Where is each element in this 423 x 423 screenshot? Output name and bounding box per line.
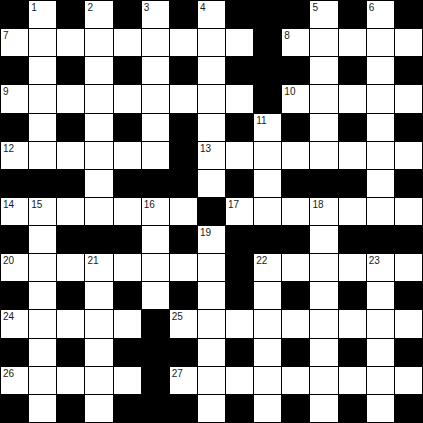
white-cell-r8c1[interactable] <box>29 226 56 253</box>
black-cell-r11c5 <box>142 310 169 337</box>
clue-number-17: 17 <box>228 199 239 210</box>
black-cell-r6c14 <box>395 170 422 197</box>
black-cell-r6c5 <box>142 170 169 197</box>
white-cell-r13c11[interactable] <box>310 367 337 394</box>
white-cell-r3c8[interactable] <box>226 85 253 112</box>
white-cell-r9c5[interactable] <box>142 254 169 281</box>
white-cell-r4c9[interactable]: 11 <box>254 114 281 141</box>
clue-number-21: 21 <box>87 255 98 266</box>
black-cell-r14c8 <box>226 395 253 422</box>
white-cell-r3c10[interactable]: 10 <box>282 85 309 112</box>
white-cell-r12c11[interactable] <box>310 339 337 366</box>
white-cell-r3c4[interactable] <box>114 85 141 112</box>
white-cell-r9c12[interactable] <box>339 254 366 281</box>
white-cell-r9c9[interactable]: 22 <box>254 254 281 281</box>
black-cell-r8c12 <box>339 226 366 253</box>
white-cell-r11c6[interactable]: 25 <box>170 310 197 337</box>
white-cell-r1c13[interactable] <box>367 29 394 56</box>
black-cell-r0c10 <box>282 1 309 28</box>
black-cell-r0c12 <box>339 1 366 28</box>
white-cell-r3c5[interactable] <box>142 85 169 112</box>
black-cell-r9c8 <box>226 254 253 281</box>
white-cell-r11c10[interactable] <box>282 310 309 337</box>
white-cell-r10c11[interactable] <box>310 282 337 309</box>
white-cell-r3c0[interactable]: 9 <box>1 85 28 112</box>
clue-number-20: 20 <box>3 255 14 266</box>
black-cell-r8c10 <box>282 226 309 253</box>
white-cell-r13c8[interactable] <box>226 367 253 394</box>
white-cell-r7c12[interactable] <box>339 198 366 225</box>
white-cell-r2c3[interactable] <box>85 57 112 84</box>
black-cell-r0c8 <box>226 1 253 28</box>
black-cell-r1c9 <box>254 29 281 56</box>
white-cell-r3c11[interactable] <box>310 85 337 112</box>
black-cell-r2c4 <box>114 57 141 84</box>
white-cell-r5c10[interactable] <box>282 142 309 169</box>
black-cell-r12c4 <box>114 339 141 366</box>
white-cell-r13c4[interactable] <box>114 367 141 394</box>
black-cell-r6c1 <box>29 170 56 197</box>
white-cell-r12c9[interactable] <box>254 339 281 366</box>
white-cell-r7c5[interactable]: 16 <box>142 198 169 225</box>
crossword-grid: 1234567891011121314151617181920212223242… <box>0 0 423 423</box>
black-cell-r7c7 <box>198 198 225 225</box>
white-cell-r13c14[interactable] <box>395 367 422 394</box>
white-cell-r13c13[interactable] <box>367 367 394 394</box>
black-cell-r5c6 <box>170 142 197 169</box>
black-cell-r4c6 <box>170 114 197 141</box>
white-cell-r1c12[interactable] <box>339 29 366 56</box>
white-cell-r3c7[interactable] <box>198 85 225 112</box>
black-cell-r14c4 <box>114 395 141 422</box>
crossword-page: 1234567891011121314151617181920212223242… <box>0 0 423 423</box>
black-cell-r8c0 <box>1 226 28 253</box>
white-cell-r3c12[interactable] <box>339 85 366 112</box>
black-cell-r2c9 <box>254 57 281 84</box>
black-cell-r6c2 <box>57 170 84 197</box>
black-cell-r10c4 <box>114 282 141 309</box>
black-cell-r4c4 <box>114 114 141 141</box>
white-cell-r14c3[interactable] <box>85 395 112 422</box>
black-cell-r4c2 <box>57 114 84 141</box>
white-cell-r1c1[interactable] <box>29 29 56 56</box>
white-cell-r11c2[interactable] <box>57 310 84 337</box>
clue-number-4: 4 <box>200 2 206 13</box>
black-cell-r2c8 <box>226 57 253 84</box>
white-cell-r5c11[interactable] <box>310 142 337 169</box>
white-cell-r0c11[interactable]: 5 <box>310 1 337 28</box>
black-cell-r8c3 <box>85 226 112 253</box>
black-cell-r6c0 <box>1 170 28 197</box>
white-cell-r5c8[interactable] <box>226 142 253 169</box>
white-cell-r10c1[interactable] <box>29 282 56 309</box>
clue-number-11: 11 <box>256 115 266 126</box>
white-cell-r12c7[interactable] <box>198 339 225 366</box>
white-cell-r7c11[interactable]: 18 <box>310 198 337 225</box>
black-cell-r2c14 <box>395 57 422 84</box>
white-cell-r7c6[interactable] <box>170 198 197 225</box>
black-cell-r8c8 <box>226 226 253 253</box>
white-cell-r7c3[interactable] <box>85 198 112 225</box>
white-cell-r9c1[interactable] <box>29 254 56 281</box>
clue-number-18: 18 <box>312 199 323 210</box>
white-cell-r6c13[interactable] <box>367 170 394 197</box>
white-cell-r4c11[interactable] <box>310 114 337 141</box>
white-cell-r5c12[interactable] <box>339 142 366 169</box>
clue-number-16: 16 <box>144 199 155 210</box>
white-cell-r9c2[interactable] <box>57 254 84 281</box>
white-cell-r6c9[interactable] <box>254 170 281 197</box>
clue-number-1: 1 <box>31 2 37 13</box>
white-cell-r5c13[interactable] <box>367 142 394 169</box>
clue-number-24: 24 <box>3 311 14 322</box>
white-cell-r11c8[interactable] <box>226 310 253 337</box>
black-cell-r0c2 <box>57 1 84 28</box>
clue-number-7: 7 <box>3 30 9 41</box>
white-cell-r12c1[interactable] <box>29 339 56 366</box>
clue-number-15: 15 <box>31 199 42 210</box>
clue-number-8: 8 <box>284 30 290 41</box>
clue-number-25: 25 <box>172 311 183 322</box>
clue-number-14: 14 <box>3 199 14 210</box>
black-cell-r2c12 <box>339 57 366 84</box>
clue-number-6: 6 <box>369 2 375 13</box>
white-cell-r9c10[interactable] <box>282 254 309 281</box>
black-cell-r12c10 <box>282 339 309 366</box>
white-cell-r10c7[interactable] <box>198 282 225 309</box>
white-cell-r4c5[interactable] <box>142 114 169 141</box>
white-cell-r1c6[interactable] <box>170 29 197 56</box>
white-cell-r7c4[interactable] <box>114 198 141 225</box>
clue-number-3: 3 <box>144 2 150 13</box>
white-cell-r13c3[interactable] <box>85 367 112 394</box>
black-cell-r4c10 <box>282 114 309 141</box>
black-cell-r2c10 <box>282 57 309 84</box>
white-cell-r4c3[interactable] <box>85 114 112 141</box>
white-cell-r7c1[interactable]: 15 <box>29 198 56 225</box>
black-cell-r2c6 <box>170 57 197 84</box>
clue-number-13: 13 <box>200 143 211 154</box>
white-cell-r11c4[interactable] <box>114 310 141 337</box>
white-cell-r1c3[interactable] <box>85 29 112 56</box>
white-cell-r3c2[interactable] <box>57 85 84 112</box>
white-cell-r9c0[interactable]: 20 <box>1 254 28 281</box>
white-cell-r1c7[interactable] <box>198 29 225 56</box>
white-cell-r5c3[interactable] <box>85 142 112 169</box>
white-cell-r12c13[interactable] <box>367 339 394 366</box>
black-cell-r8c13 <box>367 226 394 253</box>
white-cell-r3c6[interactable] <box>170 85 197 112</box>
white-cell-r1c8[interactable] <box>226 29 253 56</box>
clue-number-19: 19 <box>200 227 211 238</box>
clue-number-27: 27 <box>172 368 183 379</box>
black-cell-r10c2 <box>57 282 84 309</box>
white-cell-r1c5[interactable] <box>142 29 169 56</box>
white-cell-r2c5[interactable] <box>142 57 169 84</box>
black-cell-r6c10 <box>282 170 309 197</box>
black-cell-r14c2 <box>57 395 84 422</box>
white-cell-r4c7[interactable] <box>198 114 225 141</box>
white-cell-r7c0[interactable]: 14 <box>1 198 28 225</box>
black-cell-r6c6 <box>170 170 197 197</box>
black-cell-r14c10 <box>282 395 309 422</box>
white-cell-r2c13[interactable] <box>367 57 394 84</box>
black-cell-r10c0 <box>1 282 28 309</box>
clue-number-23: 23 <box>369 255 380 266</box>
white-cell-r4c1[interactable] <box>29 114 56 141</box>
black-cell-r0c9 <box>254 1 281 28</box>
black-cell-r2c2 <box>57 57 84 84</box>
white-cell-r13c10[interactable] <box>282 367 309 394</box>
white-cell-r9c13[interactable]: 23 <box>367 254 394 281</box>
white-cell-r9c11[interactable] <box>310 254 337 281</box>
white-cell-r1c14[interactable] <box>395 29 422 56</box>
white-cell-r14c13[interactable] <box>367 395 394 422</box>
white-cell-r5c0[interactable]: 12 <box>1 142 28 169</box>
white-cell-r14c7[interactable] <box>198 395 225 422</box>
black-cell-r0c0 <box>1 1 28 28</box>
black-cell-r10c12 <box>339 282 366 309</box>
white-cell-r1c4[interactable] <box>114 29 141 56</box>
white-cell-r1c2[interactable] <box>57 29 84 56</box>
black-cell-r12c2 <box>57 339 84 366</box>
clue-number-10: 10 <box>284 86 295 97</box>
white-cell-r14c9[interactable] <box>254 395 281 422</box>
white-cell-r10c5[interactable] <box>142 282 169 309</box>
white-cell-r8c7[interactable]: 19 <box>198 226 225 253</box>
white-cell-r3c13[interactable] <box>367 85 394 112</box>
white-cell-r11c13[interactable] <box>367 310 394 337</box>
white-cell-r2c1[interactable] <box>29 57 56 84</box>
white-cell-r11c3[interactable] <box>85 310 112 337</box>
white-cell-r7c2[interactable] <box>57 198 84 225</box>
white-cell-r9c14[interactable] <box>395 254 422 281</box>
black-cell-r8c4 <box>114 226 141 253</box>
white-cell-r14c11[interactable] <box>310 395 337 422</box>
black-cell-r10c14 <box>395 282 422 309</box>
white-cell-r10c9[interactable] <box>254 282 281 309</box>
white-cell-r13c6[interactable]: 27 <box>170 367 197 394</box>
black-cell-r10c8 <box>226 282 253 309</box>
black-cell-r8c14 <box>395 226 422 253</box>
white-cell-r6c3[interactable] <box>85 170 112 197</box>
white-cell-r9c4[interactable] <box>114 254 141 281</box>
white-cell-r5c2[interactable] <box>57 142 84 169</box>
black-cell-r14c12 <box>339 395 366 422</box>
white-cell-r3c14[interactable] <box>395 85 422 112</box>
black-cell-r13c5 <box>142 367 169 394</box>
white-cell-r4c13[interactable] <box>367 114 394 141</box>
black-cell-r14c5 <box>142 395 169 422</box>
black-cell-r4c12 <box>339 114 366 141</box>
black-cell-r12c8 <box>226 339 253 366</box>
white-cell-r0c7[interactable]: 4 <box>198 1 225 28</box>
black-cell-r6c12 <box>339 170 366 197</box>
white-cell-r9c6[interactable] <box>170 254 197 281</box>
white-cell-r11c12[interactable] <box>339 310 366 337</box>
white-cell-r0c5[interactable]: 3 <box>142 1 169 28</box>
white-cell-r5c1[interactable] <box>29 142 56 169</box>
black-cell-r0c4 <box>114 1 141 28</box>
white-cell-r13c7[interactable] <box>198 367 225 394</box>
white-cell-r12c3[interactable] <box>85 339 112 366</box>
white-cell-r13c12[interactable] <box>339 367 366 394</box>
white-cell-r5c7[interactable]: 13 <box>198 142 225 169</box>
black-cell-r8c9 <box>254 226 281 253</box>
black-cell-r12c12 <box>339 339 366 366</box>
clue-number-9: 9 <box>3 86 9 97</box>
black-cell-r14c6 <box>170 395 197 422</box>
black-cell-r10c10 <box>282 282 309 309</box>
white-cell-r7c9[interactable] <box>254 198 281 225</box>
white-cell-r3c1[interactable] <box>29 85 56 112</box>
black-cell-r2c0 <box>1 57 28 84</box>
black-cell-r12c5 <box>142 339 169 366</box>
white-cell-r13c9[interactable] <box>254 367 281 394</box>
white-cell-r8c5[interactable] <box>142 226 169 253</box>
white-cell-r1c0[interactable]: 7 <box>1 29 28 56</box>
black-cell-r0c14 <box>395 1 422 28</box>
white-cell-r7c14[interactable] <box>395 198 422 225</box>
black-cell-r3c9 <box>254 85 281 112</box>
white-cell-r6c7[interactable] <box>198 170 225 197</box>
white-cell-r11c1[interactable] <box>29 310 56 337</box>
white-cell-r2c11[interactable] <box>310 57 337 84</box>
black-cell-r12c0 <box>1 339 28 366</box>
white-cell-r2c7[interactable] <box>198 57 225 84</box>
white-cell-r5c4[interactable] <box>114 142 141 169</box>
black-cell-r6c11 <box>310 170 337 197</box>
white-cell-r14c1[interactable] <box>29 395 56 422</box>
white-cell-r13c2[interactable] <box>57 367 84 394</box>
black-cell-r10c6 <box>170 282 197 309</box>
clue-number-26: 26 <box>3 368 14 379</box>
white-cell-r9c7[interactable] <box>198 254 225 281</box>
white-cell-r3c3[interactable] <box>85 85 112 112</box>
white-cell-r11c11[interactable] <box>310 310 337 337</box>
white-cell-r1c10[interactable]: 8 <box>282 29 309 56</box>
black-cell-r14c0 <box>1 395 28 422</box>
white-cell-r10c13[interactable] <box>367 282 394 309</box>
black-cell-r0c6 <box>170 1 197 28</box>
black-cell-r14c14 <box>395 395 422 422</box>
white-cell-r7c13[interactable] <box>367 198 394 225</box>
clue-number-2: 2 <box>87 2 93 13</box>
white-cell-r0c1[interactable]: 1 <box>29 1 56 28</box>
white-cell-r1c11[interactable] <box>310 29 337 56</box>
white-cell-r13c0[interactable]: 26 <box>1 367 28 394</box>
black-cell-r4c8 <box>226 114 253 141</box>
white-cell-r11c14[interactable] <box>395 310 422 337</box>
white-cell-r11c0[interactable]: 24 <box>1 310 28 337</box>
white-cell-r13c1[interactable] <box>29 367 56 394</box>
white-cell-r7c10[interactable] <box>282 198 309 225</box>
clue-number-5: 5 <box>312 2 318 13</box>
black-cell-r6c8 <box>226 170 253 197</box>
black-cell-r12c14 <box>395 339 422 366</box>
black-cell-r8c6 <box>170 226 197 253</box>
white-cell-r5c14[interactable] <box>395 142 422 169</box>
white-cell-r8c11[interactable] <box>310 226 337 253</box>
white-cell-r11c7[interactable] <box>198 310 225 337</box>
black-cell-r4c14 <box>395 114 422 141</box>
black-cell-r6c4 <box>114 170 141 197</box>
white-cell-r9c3[interactable]: 21 <box>85 254 112 281</box>
white-cell-r5c9[interactable] <box>254 142 281 169</box>
white-cell-r10c3[interactable] <box>85 282 112 309</box>
white-cell-r0c13[interactable]: 6 <box>367 1 394 28</box>
black-cell-r4c0 <box>1 114 28 141</box>
white-cell-r11c9[interactable] <box>254 310 281 337</box>
white-cell-r7c8[interactable]: 17 <box>226 198 253 225</box>
white-cell-r5c5[interactable] <box>142 142 169 169</box>
clue-number-12: 12 <box>3 143 14 154</box>
white-cell-r0c3[interactable]: 2 <box>85 1 112 28</box>
black-cell-r12c6 <box>170 339 197 366</box>
clue-number-22: 22 <box>256 255 267 266</box>
black-cell-r8c2 <box>57 226 84 253</box>
